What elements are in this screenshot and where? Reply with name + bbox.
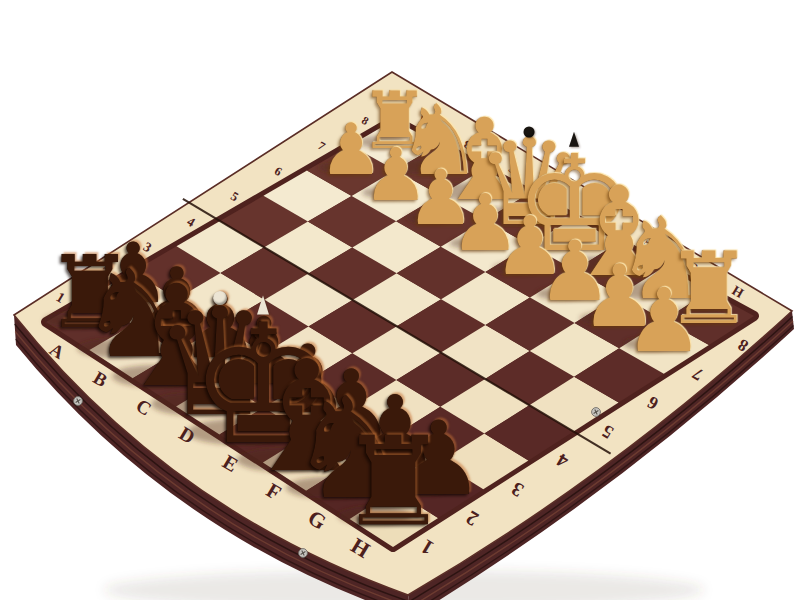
piece-shadow bbox=[222, 370, 277, 384]
piece-shadow bbox=[338, 506, 411, 525]
piece-shadow bbox=[493, 262, 541, 275]
piece-shadow bbox=[513, 231, 593, 252]
piece-shadow bbox=[237, 448, 329, 472]
piece-shadow bbox=[349, 452, 409, 468]
piece-shadow bbox=[307, 425, 365, 440]
screw bbox=[299, 549, 308, 558]
chess-set-photo: A11AB22BC33CD44DE55EF66FG77GH88H ♜♞♟♝♟♛♟… bbox=[0, 0, 800, 600]
piece-shadow bbox=[406, 212, 452, 224]
piece-shadow bbox=[536, 287, 586, 300]
piece-shadow bbox=[112, 365, 196, 387]
piece-shadow bbox=[137, 316, 189, 329]
piece-shadow bbox=[623, 337, 676, 351]
piece-shadow bbox=[264, 397, 321, 412]
piece-shadow bbox=[286, 477, 370, 499]
piece-shadow bbox=[187, 419, 286, 445]
screw bbox=[74, 397, 83, 406]
piece-shadow bbox=[358, 136, 406, 148]
piece-shadow bbox=[433, 183, 501, 201]
piece-shadow bbox=[395, 159, 453, 174]
piece-shadow bbox=[664, 307, 723, 322]
piece-shadow bbox=[151, 392, 241, 415]
piece-shadow bbox=[95, 288, 145, 301]
piece-shadow bbox=[580, 312, 631, 325]
piece-shadow bbox=[612, 282, 680, 300]
screw bbox=[592, 408, 601, 417]
piece-shadow bbox=[44, 313, 104, 329]
piece-shadow bbox=[449, 237, 496, 249]
piece-shadow bbox=[77, 339, 150, 358]
piece-shadow bbox=[362, 187, 406, 198]
piece-shadow bbox=[562, 256, 636, 275]
piece-shadow bbox=[392, 479, 453, 495]
piece-shadow bbox=[180, 343, 233, 357]
piece-shadow bbox=[319, 162, 362, 173]
chessboard: A11AB22BC33CD44DE55EF66FG77GH88H bbox=[0, 0, 800, 600]
piece-shadow bbox=[474, 207, 546, 226]
